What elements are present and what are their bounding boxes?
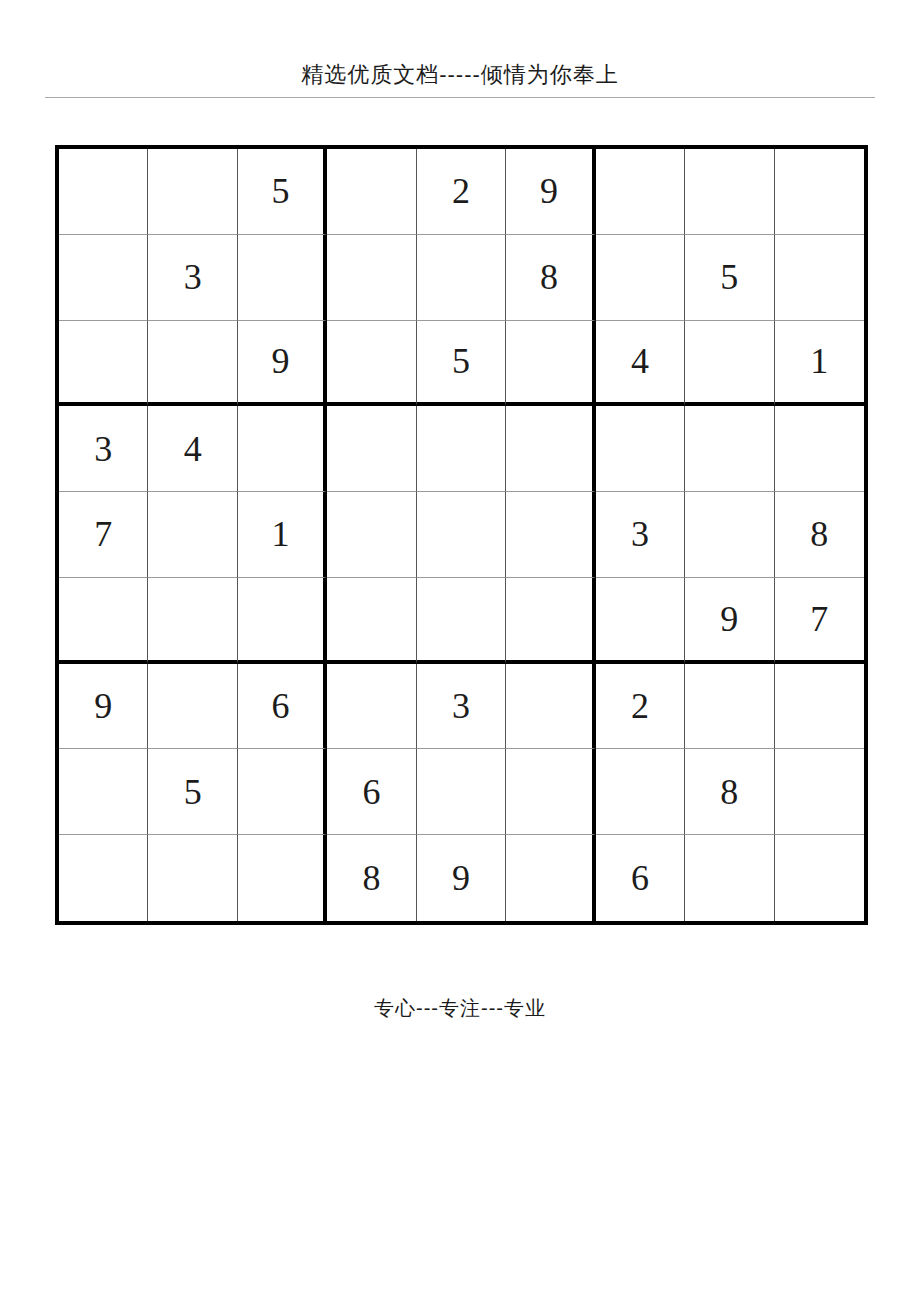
- sudoku-cell-r5c5: [417, 492, 506, 578]
- sudoku-cell-r2c6: 8: [506, 235, 595, 321]
- page-footer: 专心---专注---专业: [0, 995, 920, 1022]
- sudoku-cell-r6c7: [596, 578, 685, 664]
- footer-text: 专心---专注---专业: [374, 997, 546, 1019]
- sudoku-cell-r6c5: [417, 578, 506, 664]
- sudoku-cell-r8c6: [506, 749, 595, 835]
- sudoku-cell-r2c9: [775, 235, 864, 321]
- sudoku-cell-r9c7: 6: [596, 835, 685, 921]
- sudoku-cell-r3c7: 4: [596, 321, 685, 407]
- sudoku-cell-r7c6: [506, 664, 595, 750]
- sudoku-cell-r4c8: [685, 406, 774, 492]
- sudoku-cell-r2c8: 5: [685, 235, 774, 321]
- sudoku-cell-r5c9: 8: [775, 492, 864, 578]
- sudoku-cell-r9c6: [506, 835, 595, 921]
- sudoku-cell-r8c4: 6: [327, 749, 416, 835]
- sudoku-cell-r3c1: [59, 321, 148, 407]
- header-title: 精选优质文档-----倾情为你奉上: [301, 62, 619, 87]
- sudoku-cell-r7c2: [148, 664, 237, 750]
- sudoku-cell-r4c4: [327, 406, 416, 492]
- sudoku-cell-r1c3: 5: [238, 149, 327, 235]
- sudoku-cell-r2c5: [417, 235, 506, 321]
- sudoku-cell-r6c1: [59, 578, 148, 664]
- sudoku-cell-r7c1: 9: [59, 664, 148, 750]
- sudoku-cell-r3c2: [148, 321, 237, 407]
- sudoku-cell-r5c1: 7: [59, 492, 148, 578]
- sudoku-cell-r4c7: [596, 406, 685, 492]
- sudoku-cell-r3c4: [327, 321, 416, 407]
- sudoku-cell-r6c2: [148, 578, 237, 664]
- sudoku-cell-r7c7: 2: [596, 664, 685, 750]
- sudoku-cell-r1c1: [59, 149, 148, 235]
- sudoku-cell-r8c9: [775, 749, 864, 835]
- sudoku-cell-r4c3: [238, 406, 327, 492]
- sudoku-cell-r1c5: 2: [417, 149, 506, 235]
- sudoku-cell-r4c6: [506, 406, 595, 492]
- sudoku-cell-r8c7: [596, 749, 685, 835]
- sudoku-cell-r6c4: [327, 578, 416, 664]
- sudoku-cell-r5c4: [327, 492, 416, 578]
- sudoku-cell-r8c5: [417, 749, 506, 835]
- sudoku-cell-r7c3: 6: [238, 664, 327, 750]
- sudoku-cell-r1c7: [596, 149, 685, 235]
- sudoku-cell-r9c3: [238, 835, 327, 921]
- sudoku-cell-r7c9: [775, 664, 864, 750]
- sudoku-cell-r8c3: [238, 749, 327, 835]
- sudoku-cell-r2c2: 3: [148, 235, 237, 321]
- sudoku-cell-r3c3: 9: [238, 321, 327, 407]
- sudoku-cell-r1c2: [148, 149, 237, 235]
- sudoku-cell-r4c5: [417, 406, 506, 492]
- sudoku-cell-r2c7: [596, 235, 685, 321]
- sudoku-cell-r1c4: [327, 149, 416, 235]
- sudoku-cell-r9c4: 8: [327, 835, 416, 921]
- sudoku-cell-r7c8: [685, 664, 774, 750]
- sudoku-cell-r5c6: [506, 492, 595, 578]
- sudoku-cell-r9c8: [685, 835, 774, 921]
- sudoku-cell-r6c8: 9: [685, 578, 774, 664]
- sudoku-cell-r3c5: 5: [417, 321, 506, 407]
- sudoku-cell-r5c7: 3: [596, 492, 685, 578]
- sudoku-cell-r3c6: [506, 321, 595, 407]
- sudoku-cell-r3c8: [685, 321, 774, 407]
- sudoku-cell-r6c3: [238, 578, 327, 664]
- sudoku-cell-r7c5: 3: [417, 664, 506, 750]
- sudoku-cell-r6c9: 7: [775, 578, 864, 664]
- sudoku-cell-r1c9: [775, 149, 864, 235]
- sudoku-cell-r2c1: [59, 235, 148, 321]
- page-header: 精选优质文档-----倾情为你奉上: [0, 60, 920, 90]
- sudoku-cell-r6c6: [506, 578, 595, 664]
- sudoku-board: 5293859541347138979632568896: [55, 145, 868, 925]
- sudoku-cell-r8c2: 5: [148, 749, 237, 835]
- sudoku-cell-r5c2: [148, 492, 237, 578]
- sudoku-cell-r4c2: 4: [148, 406, 237, 492]
- sudoku-cell-r5c8: [685, 492, 774, 578]
- sudoku-cell-r5c3: 1: [238, 492, 327, 578]
- sudoku-cell-r1c6: 9: [506, 149, 595, 235]
- sudoku-cell-r9c1: [59, 835, 148, 921]
- sudoku-cell-r8c8: 8: [685, 749, 774, 835]
- sudoku-cell-r7c4: [327, 664, 416, 750]
- sudoku-cell-r9c9: [775, 835, 864, 921]
- sudoku-cell-r9c5: 9: [417, 835, 506, 921]
- sudoku-cell-r2c3: [238, 235, 327, 321]
- sudoku-cell-r8c1: [59, 749, 148, 835]
- sudoku-cell-r2c4: [327, 235, 416, 321]
- sudoku-cell-r3c9: 1: [775, 321, 864, 407]
- header-divider: [45, 97, 875, 98]
- sudoku-cell-r1c8: [685, 149, 774, 235]
- sudoku-cell-r9c2: [148, 835, 237, 921]
- sudoku-cell-r4c9: [775, 406, 864, 492]
- sudoku-cell-r4c1: 3: [59, 406, 148, 492]
- document-page: 精选优质文档-----倾情为你奉上 5293859541347138979632…: [0, 0, 920, 1302]
